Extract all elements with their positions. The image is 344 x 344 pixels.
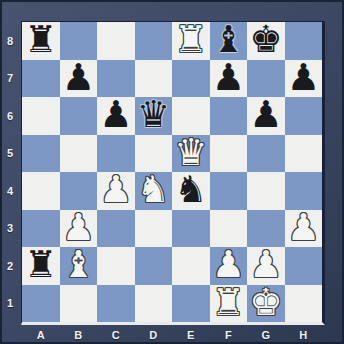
square-d1[interactable] (135, 285, 173, 323)
square-b5[interactable] (60, 135, 98, 173)
board: ♜♜♝♚♟♟♟♟♛♟♛♟♞♞♟♟♜♝♟♟♜♚ (22, 22, 322, 322)
square-a2[interactable]: ♜ (22, 247, 60, 285)
square-a5[interactable] (22, 135, 60, 173)
square-h2[interactable] (285, 247, 323, 285)
square-b4[interactable] (60, 172, 98, 210)
file-label-h: H (285, 327, 323, 342)
piece-white-king[interactable]: ♚ (249, 284, 282, 322)
square-b7[interactable]: ♟ (60, 60, 98, 98)
rank-label-5: 5 (0, 135, 20, 173)
square-d8[interactable] (135, 22, 173, 60)
square-e6[interactable] (172, 97, 210, 135)
square-g1[interactable]: ♚ (247, 285, 285, 323)
square-a1[interactable] (22, 285, 60, 323)
square-b3[interactable]: ♟ (60, 210, 98, 248)
square-a7[interactable] (22, 60, 60, 98)
piece-white-pawn[interactable]: ♟ (99, 171, 132, 209)
square-d7[interactable] (135, 60, 173, 98)
piece-black-rook[interactable]: ♜ (24, 246, 57, 284)
square-f4[interactable] (210, 172, 248, 210)
rank-labels: 87654321 (0, 22, 20, 322)
square-a6[interactable] (22, 97, 60, 135)
rank-label-6: 6 (0, 97, 20, 135)
square-g3[interactable] (247, 210, 285, 248)
piece-black-bishop[interactable]: ♝ (212, 21, 245, 59)
square-d6[interactable]: ♛ (135, 97, 173, 135)
square-c7[interactable] (97, 60, 135, 98)
square-c4[interactable]: ♟ (97, 172, 135, 210)
square-c3[interactable] (97, 210, 135, 248)
piece-black-pawn[interactable]: ♟ (99, 96, 132, 134)
square-b8[interactable] (60, 22, 98, 60)
piece-black-pawn[interactable]: ♟ (249, 96, 282, 134)
square-g6[interactable]: ♟ (247, 97, 285, 135)
file-labels: ABCDEFGH (22, 327, 322, 342)
rank-label-2: 2 (0, 247, 20, 285)
piece-black-pawn[interactable]: ♟ (212, 59, 245, 97)
square-h6[interactable] (285, 97, 323, 135)
square-f3[interactable] (210, 210, 248, 248)
square-d4[interactable]: ♞ (135, 172, 173, 210)
square-e1[interactable] (172, 285, 210, 323)
file-label-g: G (247, 327, 285, 342)
square-f6[interactable] (210, 97, 248, 135)
square-h7[interactable]: ♟ (285, 60, 323, 98)
piece-black-queen[interactable]: ♛ (137, 96, 170, 134)
square-h3[interactable]: ♟ (285, 210, 323, 248)
square-d5[interactable] (135, 135, 173, 173)
piece-white-pawn[interactable]: ♟ (249, 246, 282, 284)
square-c8[interactable] (97, 22, 135, 60)
square-h1[interactable] (285, 285, 323, 323)
square-c2[interactable] (97, 247, 135, 285)
square-a3[interactable] (22, 210, 60, 248)
square-g4[interactable] (247, 172, 285, 210)
square-c6[interactable]: ♟ (97, 97, 135, 135)
square-a8[interactable]: ♜ (22, 22, 60, 60)
square-a4[interactable] (22, 172, 60, 210)
piece-white-bishop[interactable]: ♝ (62, 246, 95, 284)
square-h5[interactable] (285, 135, 323, 173)
square-e4[interactable]: ♞ (172, 172, 210, 210)
square-e2[interactable] (172, 247, 210, 285)
square-d3[interactable] (135, 210, 173, 248)
rank-label-8: 8 (0, 22, 20, 60)
piece-white-pawn[interactable]: ♟ (287, 209, 320, 247)
square-f1[interactable]: ♜ (210, 285, 248, 323)
rank-label-3: 3 (0, 210, 20, 248)
file-label-d: D (135, 327, 173, 342)
board-border: ♜♜♝♚♟♟♟♟♛♟♛♟♞♞♟♟♜♝♟♟♜♚ (21, 21, 325, 325)
square-e5[interactable]: ♛ (172, 135, 210, 173)
piece-white-rook[interactable]: ♜ (212, 284, 245, 322)
rank-label-1: 1 (0, 285, 20, 323)
square-h4[interactable] (285, 172, 323, 210)
square-f5[interactable] (210, 135, 248, 173)
square-c1[interactable] (97, 285, 135, 323)
square-f8[interactable]: ♝ (210, 22, 248, 60)
square-h8[interactable] (285, 22, 323, 60)
square-g5[interactable] (247, 135, 285, 173)
square-c5[interactable] (97, 135, 135, 173)
file-label-b: B (60, 327, 98, 342)
piece-black-pawn[interactable]: ♟ (287, 59, 320, 97)
board-frame: 87654321 ♜♜♝♚♟♟♟♟♛♟♛♟♞♞♟♟♜♝♟♟♜♚ ABCDEFGH (0, 0, 344, 344)
piece-white-knight[interactable]: ♞ (137, 171, 170, 209)
square-b6[interactable] (60, 97, 98, 135)
square-g8[interactable]: ♚ (247, 22, 285, 60)
rank-label-7: 7 (0, 60, 20, 98)
square-b1[interactable] (60, 285, 98, 323)
piece-black-pawn[interactable]: ♟ (62, 59, 95, 97)
file-label-c: C (97, 327, 135, 342)
square-g7[interactable] (247, 60, 285, 98)
square-e7[interactable] (172, 60, 210, 98)
piece-white-pawn[interactable]: ♟ (212, 246, 245, 284)
square-e3[interactable] (172, 210, 210, 248)
square-b2[interactable]: ♝ (60, 247, 98, 285)
file-label-f: F (210, 327, 248, 342)
square-d2[interactable] (135, 247, 173, 285)
square-g2[interactable]: ♟ (247, 247, 285, 285)
square-e8[interactable]: ♜ (172, 22, 210, 60)
file-label-a: A (22, 327, 60, 342)
square-f2[interactable]: ♟ (210, 247, 248, 285)
file-label-e: E (172, 327, 210, 342)
rank-label-4: 4 (0, 172, 20, 210)
piece-white-pawn[interactable]: ♟ (62, 209, 95, 247)
piece-white-rook[interactable]: ♜ (174, 21, 207, 59)
square-f7[interactable]: ♟ (210, 60, 248, 98)
piece-black-knight[interactable]: ♞ (174, 171, 207, 209)
piece-white-queen[interactable]: ♛ (174, 134, 207, 172)
piece-black-rook[interactable]: ♜ (24, 21, 57, 59)
piece-black-king[interactable]: ♚ (249, 21, 282, 59)
